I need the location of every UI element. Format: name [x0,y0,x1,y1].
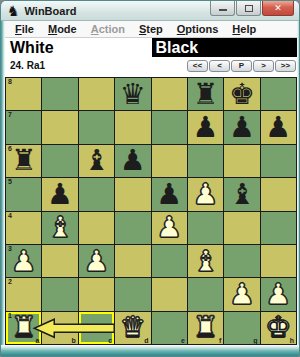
close-icon: ✕ [274,3,282,13]
piece-white-rook[interactable]: ♜ [193,313,219,342]
square-e5[interactable]: ♟ [152,178,187,210]
square-b4[interactable]: ♝ [42,212,77,244]
square-h6[interactable] [261,145,296,177]
square-g5[interactable]: ♝ [224,178,259,210]
square-g2[interactable]: ♟ [224,278,259,310]
piece-white-pawn[interactable]: ♟ [83,247,109,276]
square-b5[interactable]: ♟ [42,178,77,210]
square-e8[interactable] [152,78,187,110]
piece-black-pawn[interactable]: ♟ [193,113,219,142]
maximize-button[interactable] [236,1,261,16]
square-a1[interactable]: 1a♜ [6,312,41,344]
square-d4[interactable] [115,212,150,244]
square-d2[interactable] [115,278,150,310]
square-a3[interactable]: 3♟ [6,245,41,277]
square-f5[interactable]: ♟ [188,178,223,210]
menu-item-help[interactable]: Help [225,23,263,35]
square-h8[interactable] [261,78,296,110]
white-player-label: White [5,38,152,57]
square-h5[interactable] [261,178,296,210]
square-g8[interactable]: ♚ [224,78,259,110]
piece-white-king[interactable]: ♚ [265,313,291,342]
pause-button[interactable]: P [231,60,252,72]
piece-white-rook[interactable]: ♜ [11,313,37,342]
square-c4[interactable] [79,212,114,244]
square-c3[interactable]: ♟ [79,245,114,277]
square-d7[interactable] [115,111,150,143]
piece-white-pawn[interactable]: ♟ [156,213,182,242]
window-bottom-border [1,345,300,357]
square-h1[interactable]: h♚ [261,312,296,344]
window-title: WinBoard [25,5,77,17]
square-d1[interactable]: d♛ [115,312,150,344]
file-label-g: g [253,337,257,344]
rank-label-6: 6 [8,145,12,152]
close-button[interactable]: ✕ [262,1,294,16]
square-a7[interactable]: 7 [6,111,41,143]
piece-black-pawn[interactable]: ♟ [265,113,291,142]
minimize-icon [219,9,227,11]
square-h3[interactable] [261,245,296,277]
square-a4[interactable]: 4 [6,212,41,244]
maximize-icon [245,5,253,12]
file-label-b: b [71,337,75,344]
menu-bar: FileModeActionStepOptionsHelp [5,21,297,38]
nav-button-group: <<<P>>> [187,60,296,72]
square-f2[interactable] [188,278,223,310]
square-a5[interactable]: 5 [6,178,41,210]
square-c6[interactable]: ♝ [79,145,114,177]
rank-label-4: 4 [8,212,12,219]
menu-item-options[interactable]: Options [170,23,226,35]
square-d6[interactable]: ♟ [115,145,150,177]
window-controls: ✕ [210,1,294,16]
square-b2[interactable] [42,278,77,310]
piece-black-rook[interactable]: ♜ [193,80,219,109]
square-f4[interactable] [188,212,223,244]
title-bar[interactable]: ♞ WinBoard ✕ [1,1,299,21]
piece-white-pawn[interactable]: ♟ [229,280,255,309]
piece-black-king[interactable]: ♚ [229,80,255,109]
square-h7[interactable]: ♟ [261,111,296,143]
file-label-e: e [181,337,185,344]
player-names-row: White Black [5,38,297,57]
square-a8[interactable]: 8 [6,78,41,110]
back-all-button[interactable]: << [187,60,208,72]
square-c8[interactable] [79,78,114,110]
piece-white-queen[interactable]: ♛ [120,313,146,342]
square-f7[interactable]: ♟ [188,111,223,143]
piece-black-pawn[interactable]: ♟ [120,146,146,175]
minimize-button[interactable] [210,1,235,16]
winboard-window: ♞ WinBoard ✕ FileModeActionStepOptionsHe… [0,0,300,357]
square-d5[interactable] [115,178,150,210]
last-move-text: 24. Ra1 [10,60,45,71]
square-f8[interactable]: ♜ [188,78,223,110]
piece-black-rook[interactable]: ♜ [11,146,37,175]
menu-item-step[interactable]: Step [132,23,170,35]
file-label-d: d [144,337,148,344]
board-container: 8♛♜♚7♟♟♟6♜♝♟5♟♟♟♝4♝♟3♟♟♝2♟♟1a♜bcd♛ef♜gh♚ [5,77,297,345]
file-label-a: a [35,337,39,344]
piece-black-bishop[interactable]: ♝ [83,146,109,175]
piece-white-bishop[interactable]: ♝ [193,247,219,276]
square-b6[interactable] [42,145,77,177]
client-area: FileModeActionStepOptionsHelp White Blac… [5,21,297,345]
square-g7[interactable]: ♟ [224,111,259,143]
winboard-knight-icon: ♞ [7,4,20,18]
square-h4[interactable] [261,212,296,244]
square-e2[interactable] [152,278,187,310]
rank-label-1: 1 [8,312,12,319]
rank-label-5: 5 [8,178,12,185]
square-c7[interactable] [79,111,114,143]
square-e4[interactable]: ♟ [152,212,187,244]
square-d3[interactable] [115,245,150,277]
rank-label-2: 2 [8,278,12,285]
square-c2[interactable] [79,278,114,310]
piece-black-bishop[interactable]: ♝ [229,180,255,209]
square-f3[interactable]: ♝ [188,245,223,277]
square-a2[interactable]: 2 [6,278,41,310]
forward-button[interactable]: > [253,60,274,72]
square-b8[interactable] [42,78,77,110]
piece-white-pawn[interactable]: ♟ [193,180,219,209]
file-label-f: f [219,337,221,344]
back-button[interactable]: < [209,60,230,72]
square-g4[interactable] [224,212,259,244]
square-f6[interactable] [188,145,223,177]
forward-all-button[interactable]: >> [275,60,296,72]
square-b7[interactable] [42,111,77,143]
menu-item-action[interactable]: Action [84,23,132,35]
square-e1[interactable]: e [152,312,187,344]
piece-black-pawn[interactable]: ♟ [229,113,255,142]
square-d8[interactable]: ♛ [115,78,150,110]
square-h2[interactable]: ♟ [261,278,296,310]
square-e3[interactable] [152,245,187,277]
square-e6[interactable] [152,145,187,177]
rank-label-3: 3 [8,245,12,252]
piece-black-pawn[interactable]: ♟ [47,180,73,209]
square-g1[interactable]: g [224,312,259,344]
square-c1[interactable]: c [79,312,114,344]
square-g6[interactable] [224,145,259,177]
piece-black-pawn[interactable]: ♟ [156,180,182,209]
file-label-c: c [108,337,112,344]
square-b3[interactable] [42,245,77,277]
file-label-h: h [290,337,294,344]
move-status-row: 24. Ra1 <<<P>>> [5,57,297,77]
square-c5[interactable] [79,178,114,210]
menu-item-mode[interactable]: Mode [41,23,84,35]
chess-board: 8♛♜♚7♟♟♟6♜♝♟5♟♟♟♝4♝♟3♟♟♝2♟♟1a♜bcd♛ef♜gh♚ [5,77,297,345]
black-player-label: Black [152,38,298,57]
menu-item-file[interactable]: File [8,23,41,35]
square-e7[interactable] [152,111,187,143]
square-b1[interactable]: b [42,312,77,344]
rank-label-7: 7 [8,111,12,118]
rank-label-8: 8 [8,78,12,85]
piece-white-bishop[interactable]: ♝ [47,213,73,242]
square-g3[interactable] [224,245,259,277]
piece-white-pawn[interactable]: ♟ [265,280,291,309]
square-f1[interactable]: f♜ [188,312,223,344]
piece-white-pawn[interactable]: ♟ [11,247,37,276]
piece-black-queen[interactable]: ♛ [120,80,146,109]
square-a6[interactable]: 6♜ [6,145,41,177]
